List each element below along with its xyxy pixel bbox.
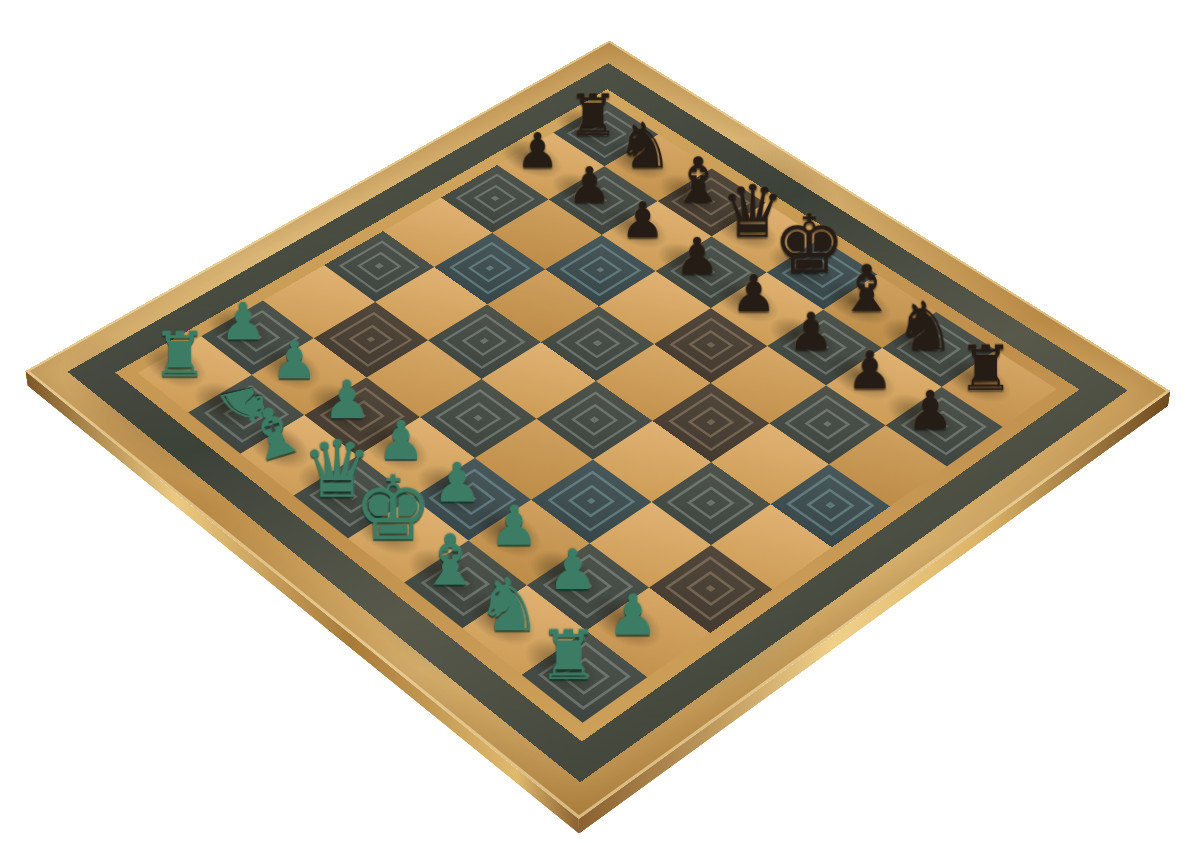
meander-motif [823, 421, 832, 427]
bronze-knight-g8: ♞ [895, 296, 956, 358]
square-b5 [434, 233, 545, 304]
green-pawn-b2: ♟ [271, 337, 318, 385]
bronze-pawn-e7: ♟ [731, 271, 777, 318]
inner-brass-band: ♜♞♝♛♚♝♞♜♟♟♟♟♟♟♟♟♟♟♟♟♟♟♟♟♜♞♝♛♚♝♞♜ [115, 89, 1079, 741]
bronze-knight-b8: ♞ [616, 117, 673, 175]
bronze-pawn-h7: ♟ [907, 387, 954, 436]
green-pawn-e2: ♟ [433, 459, 482, 509]
green-pawn-c2: ♟ [323, 376, 370, 425]
bronze-bishop-f8: ♝ [837, 260, 895, 319]
green-rook-h1: ♜ [538, 624, 599, 687]
green-pawn-a2: ♟ [220, 299, 266, 346]
meander-motif [329, 312, 413, 367]
bronze-pawn-a7: ♟ [516, 129, 559, 174]
board-top-face: ♜♞♝♛♚♝♞♜♟♟♟♟♟♟♟♟♟♟♟♟♟♟♟♟♜♞♝♛♚♝♞♜ [25, 40, 1170, 818]
green-knight-g1: ♞ [476, 572, 542, 640]
green-bishop-f1: ♝ [418, 529, 481, 594]
green-rook-a1: ♜ [152, 326, 208, 383]
square-f4 [593, 421, 711, 502]
green-pawn-h2: ♟ [608, 590, 659, 642]
meander-motif [474, 415, 483, 421]
bronze-bishop-c8: ♝ [670, 153, 726, 210]
bronze-pawn-d7: ♟ [675, 234, 720, 280]
bronze-pawn-g7: ♟ [847, 347, 894, 395]
meander-frame-band: ♜♞♝♛♚♝♞♜♟♟♟♟♟♟♟♟♟♟♟♟♟♟♟♟♜♞♝♛♚♝♞♜ [67, 63, 1127, 782]
bronze-rook-h8: ♜ [958, 340, 1014, 397]
bronze-pawn-b7: ♟ [568, 163, 612, 208]
meander-motif [804, 408, 851, 440]
photo-canvas: { "game": "chess", "scene": { "set_style… [0, 0, 1186, 843]
chess-board: ♜♞♝♛♚♝♞♜♟♟♟♟♟♟♟♟♟♟♟♟♟♟♟♟♜♞♝♛♚♝♞♜ [138, 102, 1057, 723]
chessboard-3d-scene: ♜♞♝♛♚♝♞♜♟♟♟♟♟♟♟♟♟♟♟♟♟♟♟♟♜♞♝♛♚♝♞♜ [25, 40, 1170, 818]
bronze-pawn-f7: ♟ [788, 308, 834, 355]
green-pawn-g2: ♟ [548, 545, 598, 596]
green-pawn-f2: ♟ [489, 501, 538, 551]
bronze-king-e8: ♚ [773, 207, 846, 282]
bronze-rook-a8: ♜ [567, 89, 618, 142]
meander-motif [706, 585, 716, 592]
bronze-pawn-c7: ♟ [621, 198, 666, 244]
